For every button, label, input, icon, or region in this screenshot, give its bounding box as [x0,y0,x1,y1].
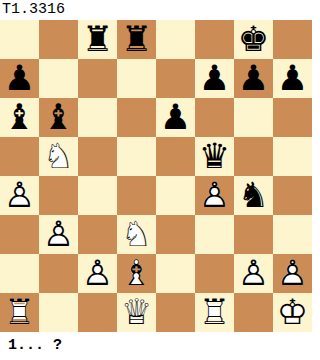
piece-white-bishop: ♗ [117,254,156,293]
square-e8[interactable] [156,20,195,59]
piece-white-pawn: ♙ [78,254,117,293]
square-b1[interactable] [39,293,78,332]
piece-black-rook: ♜ [78,20,117,59]
square-e2[interactable] [156,254,195,293]
move-prompt: 1... ? [8,337,62,355]
piece-black-queen: ♛ [195,137,234,176]
piece-white-king: ♔ [273,293,312,332]
square-a7[interactable]: ♟ [0,59,39,98]
square-h3[interactable] [273,215,312,254]
piece-fill: ♞ [39,137,78,176]
piece-black-king: ♚ [234,20,273,59]
square-f5[interactable]: ♛ [195,137,234,176]
square-g5[interactable] [234,137,273,176]
piece-black-pawn: ♟ [195,59,234,98]
square-a6[interactable]: ♝ [0,98,39,137]
piece-white-rook: ♖ [0,293,39,332]
square-e7[interactable] [156,59,195,98]
piece-white-pawn: ♙ [39,215,78,254]
piece-fill: ♜ [195,293,234,332]
square-b2[interactable] [39,254,78,293]
piece-white-pawn: ♙ [273,254,312,293]
square-b8[interactable] [39,20,78,59]
square-a3[interactable] [0,215,39,254]
square-b3[interactable]: ♟♙ [39,215,78,254]
square-f2[interactable] [195,254,234,293]
square-f7[interactable]: ♟ [195,59,234,98]
piece-fill: ♟ [0,176,39,215]
square-b5[interactable]: ♞♘ [39,137,78,176]
piece-white-knight: ♘ [117,215,156,254]
piece-black-bishop: ♝ [0,98,39,137]
square-d1[interactable]: ♛♕ [117,293,156,332]
square-d8[interactable]: ♜ [117,20,156,59]
square-a5[interactable] [0,137,39,176]
piece-fill: ♟ [39,215,78,254]
square-g8[interactable]: ♚ [234,20,273,59]
square-c4[interactable] [78,176,117,215]
piece-black-bishop: ♝ [39,98,78,137]
square-b6[interactable]: ♝ [39,98,78,137]
square-h7[interactable]: ♟ [273,59,312,98]
piece-white-pawn: ♙ [234,254,273,293]
square-h8[interactable] [273,20,312,59]
piece-fill: ♛ [117,293,156,332]
square-g6[interactable] [234,98,273,137]
piece-black-pawn: ♟ [0,59,39,98]
piece-white-pawn: ♙ [0,176,39,215]
square-a2[interactable] [0,254,39,293]
square-g3[interactable] [234,215,273,254]
square-h4[interactable] [273,176,312,215]
square-h5[interactable] [273,137,312,176]
piece-fill: ♝ [117,254,156,293]
square-g4[interactable]: ♞ [234,176,273,215]
square-a1[interactable]: ♜♖ [0,293,39,332]
square-e6[interactable]: ♟ [156,98,195,137]
square-d6[interactable] [117,98,156,137]
square-c6[interactable] [78,98,117,137]
square-f1[interactable]: ♜♖ [195,293,234,332]
piece-fill: ♟ [195,176,234,215]
square-f4[interactable]: ♟♙ [195,176,234,215]
square-h2[interactable]: ♟♙ [273,254,312,293]
piece-black-pawn: ♟ [234,59,273,98]
piece-fill: ♚ [273,293,312,332]
chess-board: ♜♜♚♟♟♟♟♝♝♟♞♘♛♟♙♟♙♞♟♙♞♘♟♙♝♗♟♙♟♙♜♖♛♕♜♖♚♔ [0,20,312,332]
square-c2[interactable]: ♟♙ [78,254,117,293]
piece-fill: ♟ [234,254,273,293]
piece-white-knight: ♘ [39,137,78,176]
piece-black-knight: ♞ [234,176,273,215]
square-e4[interactable] [156,176,195,215]
piece-black-pawn: ♟ [156,98,195,137]
piece-white-rook: ♖ [195,293,234,332]
square-a8[interactable] [0,20,39,59]
square-d4[interactable] [117,176,156,215]
square-f8[interactable] [195,20,234,59]
square-a4[interactable]: ♟♙ [0,176,39,215]
piece-fill: ♟ [273,254,312,293]
square-c1[interactable] [78,293,117,332]
square-d5[interactable] [117,137,156,176]
square-c7[interactable] [78,59,117,98]
square-c5[interactable] [78,137,117,176]
piece-fill: ♟ [78,254,117,293]
square-c8[interactable]: ♜ [78,20,117,59]
square-f6[interactable] [195,98,234,137]
piece-fill: ♞ [117,215,156,254]
piece-black-rook: ♜ [117,20,156,59]
puzzle-id: T1.3316 [2,1,65,19]
square-e3[interactable] [156,215,195,254]
piece-white-pawn: ♙ [195,176,234,215]
square-f3[interactable] [195,215,234,254]
square-b7[interactable] [39,59,78,98]
square-d2[interactable]: ♝♗ [117,254,156,293]
square-e5[interactable] [156,137,195,176]
square-d3[interactable]: ♞♘ [117,215,156,254]
square-g1[interactable] [234,293,273,332]
square-d7[interactable] [117,59,156,98]
square-g7[interactable]: ♟ [234,59,273,98]
square-g2[interactable]: ♟♙ [234,254,273,293]
square-h6[interactable] [273,98,312,137]
piece-white-queen: ♕ [117,293,156,332]
square-e1[interactable] [156,293,195,332]
square-h1[interactable]: ♚♔ [273,293,312,332]
square-b4[interactable] [39,176,78,215]
piece-black-pawn: ♟ [273,59,312,98]
piece-fill: ♜ [0,293,39,332]
square-c3[interactable] [78,215,117,254]
